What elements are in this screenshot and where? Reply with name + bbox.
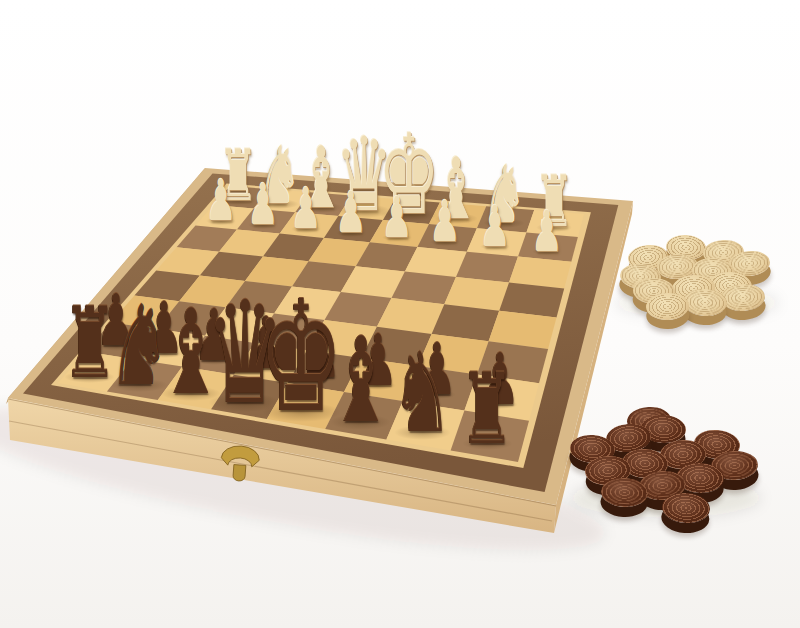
square-h1	[526, 210, 584, 237]
dark-checkers-shadow	[571, 478, 761, 518]
clasp-tongue	[233, 465, 246, 482]
square-g2	[467, 228, 527, 256]
square-h2	[518, 233, 578, 262]
wooden-chess-set-photo: ♜♞♝♛♚♝♞♜♟♟♟♟♟♟♟♟♟♟♟♟♟♟♟♟♜♞♝♛♚♝♞♜	[0, 0, 800, 628]
square-g1	[477, 206, 534, 232]
square-g3	[456, 252, 518, 283]
board-svg	[0, 0, 800, 628]
light-checkers-shadow	[615, 287, 779, 319]
